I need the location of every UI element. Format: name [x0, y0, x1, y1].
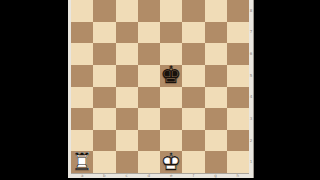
- square-g3[interactable]: [205, 108, 227, 130]
- file-label-c: c: [116, 174, 138, 178]
- rank-label-8: 8: [249, 0, 253, 22]
- square-a5[interactable]: [71, 65, 93, 87]
- file-label-g: g: [205, 174, 227, 178]
- square-h5[interactable]: [227, 65, 249, 87]
- square-a8[interactable]: [71, 0, 93, 22]
- square-h1[interactable]: [227, 151, 249, 173]
- square-b4[interactable]: [93, 87, 115, 109]
- square-d1[interactable]: [138, 151, 160, 173]
- square-d5[interactable]: [138, 65, 160, 87]
- square-g8[interactable]: [205, 0, 227, 22]
- square-f4[interactable]: [182, 87, 204, 109]
- square-f3[interactable]: [182, 108, 204, 130]
- square-c8[interactable]: [116, 0, 138, 22]
- square-b5[interactable]: [93, 65, 115, 87]
- square-h7[interactable]: [227, 22, 249, 44]
- square-d3[interactable]: [138, 108, 160, 130]
- rank-label-2: 2: [249, 130, 253, 152]
- white-rook: ♜♖: [71, 151, 93, 173]
- file-label-f: f: [182, 174, 204, 178]
- square-d4[interactable]: [138, 87, 160, 109]
- square-f6[interactable]: [182, 43, 204, 65]
- square-f2[interactable]: [182, 130, 204, 152]
- square-g1[interactable]: [205, 151, 227, 173]
- square-d2[interactable]: [138, 130, 160, 152]
- square-c1[interactable]: [116, 151, 138, 173]
- rank-label-7: 7: [249, 22, 253, 44]
- square-f7[interactable]: [182, 22, 204, 44]
- rank-label-3: 3: [249, 108, 253, 130]
- file-label-d: d: [138, 174, 160, 178]
- file-label-e: e: [160, 174, 182, 178]
- king-outline-glyph: ♔: [160, 151, 182, 173]
- rook-outline-glyph: ♖: [71, 151, 93, 173]
- square-b3[interactable]: [93, 108, 115, 130]
- square-a1[interactable]: ♜♖: [71, 151, 93, 173]
- square-a4[interactable]: [71, 87, 93, 109]
- square-e3[interactable]: [160, 108, 182, 130]
- square-b6[interactable]: [93, 43, 115, 65]
- square-c2[interactable]: [116, 130, 138, 152]
- rank-label-4: 4: [249, 87, 253, 109]
- square-f1[interactable]: [182, 151, 204, 173]
- square-b7[interactable]: [93, 22, 115, 44]
- square-b2[interactable]: [93, 130, 115, 152]
- chess-board: ♚♜♖♚♔ 87654321 abcdefgh: [68, 0, 254, 178]
- file-label-b: b: [93, 174, 115, 178]
- square-h4[interactable]: [227, 87, 249, 109]
- square-h2[interactable]: [227, 130, 249, 152]
- square-b8[interactable]: [93, 0, 115, 22]
- square-c3[interactable]: [116, 108, 138, 130]
- board-squares: ♚♜♖♚♔: [71, 0, 249, 173]
- rank-label-1: 1: [249, 151, 253, 173]
- square-a3[interactable]: [71, 108, 93, 130]
- square-a7[interactable]: [71, 22, 93, 44]
- square-g2[interactable]: [205, 130, 227, 152]
- rank-labels: 87654321: [249, 0, 253, 173]
- square-f8[interactable]: [182, 0, 204, 22]
- white-king: ♚♔: [160, 151, 182, 173]
- square-d6[interactable]: [138, 43, 160, 65]
- square-h6[interactable]: [227, 43, 249, 65]
- rank-label-5: 5: [249, 65, 253, 87]
- square-c4[interactable]: [116, 87, 138, 109]
- file-label-a: a: [71, 174, 93, 178]
- square-f5[interactable]: [182, 65, 204, 87]
- file-label-h: h: [227, 174, 249, 178]
- square-c5[interactable]: [116, 65, 138, 87]
- square-e7[interactable]: [160, 22, 182, 44]
- square-e1[interactable]: ♚♔: [160, 151, 182, 173]
- video-frame: ♚♜♖♚♔ 87654321 abcdefgh: [0, 0, 320, 180]
- square-h8[interactable]: [227, 0, 249, 22]
- square-d7[interactable]: [138, 22, 160, 44]
- square-g6[interactable]: [205, 43, 227, 65]
- square-g5[interactable]: [205, 65, 227, 87]
- rank-label-6: 6: [249, 43, 253, 65]
- square-e8[interactable]: [160, 0, 182, 22]
- square-c6[interactable]: [116, 43, 138, 65]
- file-labels: abcdefgh: [71, 173, 249, 178]
- square-b1[interactable]: [93, 151, 115, 173]
- square-a6[interactable]: [71, 43, 93, 65]
- square-g7[interactable]: [205, 22, 227, 44]
- square-c7[interactable]: [116, 22, 138, 44]
- square-h3[interactable]: [227, 108, 249, 130]
- square-e5[interactable]: ♚: [160, 65, 182, 87]
- square-g4[interactable]: [205, 87, 227, 109]
- square-e4[interactable]: [160, 87, 182, 109]
- square-d8[interactable]: [138, 0, 160, 22]
- black-king: ♚: [160, 65, 182, 87]
